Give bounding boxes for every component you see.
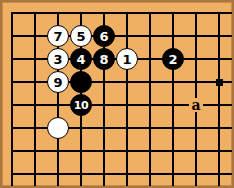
stone-black-2: 2 — [162, 48, 184, 70]
point-label-a: a — [189, 98, 202, 112]
stone-black-10: 10 — [70, 94, 92, 116]
stone-white-7: 7 — [47, 25, 69, 47]
hoshi-star-point-marker — [216, 79, 223, 86]
stone-white-5: 5 — [70, 25, 92, 47]
stone-white-plain — [47, 117, 69, 139]
stone-black-8: 8 — [93, 48, 115, 70]
stone-black-4: 4 — [70, 48, 92, 70]
stone-black-plain — [70, 71, 92, 93]
intersection-grid: 75634812910a — [1, 2, 231, 186]
stone-white-3: 3 — [47, 48, 69, 70]
stone-black-6: 6 — [93, 25, 115, 47]
stone-white-9: 9 — [47, 71, 69, 93]
go-board: 75634812910a — [0, 0, 234, 188]
stone-white-1: 1 — [116, 48, 138, 70]
